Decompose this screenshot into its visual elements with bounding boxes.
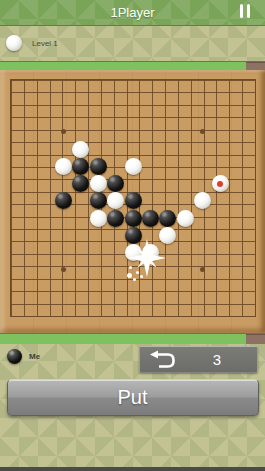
undo-button[interactable]: 3: [139, 346, 258, 373]
stone-black: [107, 175, 124, 192]
player-stone-black: [7, 349, 22, 364]
stone-white: [125, 244, 142, 261]
pause-icon: [247, 4, 250, 18]
stone-white: [142, 244, 159, 261]
stone-black: [72, 158, 89, 175]
pause-icon: [240, 4, 243, 18]
stone-white: [90, 175, 107, 192]
level-stone-white: [6, 35, 22, 51]
level-row: Level 1: [0, 25, 265, 61]
gomoku-board[interactable]: [0, 70, 265, 333]
stone-black: [90, 192, 107, 209]
stone-white-last-move: [212, 175, 229, 192]
undo-count: 3: [202, 351, 232, 368]
stone-white: [125, 158, 142, 175]
stone-black: [55, 192, 72, 209]
stone-black: [125, 192, 142, 209]
stone-white: [177, 210, 194, 227]
stone-black: [125, 227, 142, 244]
stone-white: [55, 158, 72, 175]
board-frame-strip-bottom: [0, 333, 265, 344]
stone-black: [159, 210, 176, 227]
stone-black: [90, 158, 107, 175]
level-label: Level 1: [32, 39, 58, 48]
pause-button[interactable]: [238, 4, 254, 19]
strip-brown-segment: [246, 334, 265, 344]
top-bar: 1Player: [0, 0, 265, 26]
stone-black: [107, 210, 124, 227]
stone-white: [90, 210, 107, 227]
page-title: 1Player: [0, 5, 265, 20]
player-label: Me: [29, 352, 40, 361]
put-button[interactable]: Put: [7, 379, 259, 416]
gomoku-app: 1Player Level 1 Me 3 Put: [0, 0, 265, 471]
stone-white: [159, 227, 176, 244]
home-bar: [0, 467, 265, 471]
stone-black: [142, 210, 159, 227]
undo-arrow-icon: [147, 350, 177, 371]
stone-white: [72, 141, 89, 158]
stone-black: [125, 210, 142, 227]
